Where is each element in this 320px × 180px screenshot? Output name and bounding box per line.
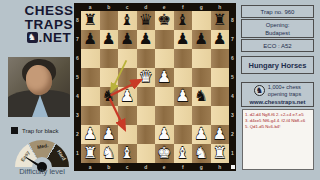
file-label-bottom-d: d: [137, 163, 156, 171]
difficulty-label: Difficulty level: [6, 167, 78, 176]
square-g3: [192, 106, 211, 125]
square-f2: [174, 125, 193, 144]
square-e6: [155, 49, 174, 68]
video-frame: CHESS TRAPS ♞ .NET Trap for black Easy M…: [0, 0, 320, 180]
piece-black-pawn-g7: ♟: [194, 30, 208, 49]
square-c7: ♟: [118, 30, 137, 49]
square-e3: [155, 106, 174, 125]
promo-line1: 1,000+ chess: [268, 84, 301, 90]
piece-white-bishop-c1: ♝: [120, 144, 134, 163]
square-e7: [155, 30, 174, 49]
logo-line3: ♞ .NET: [22, 31, 76, 45]
piece-black-queen-d8: ♛: [139, 11, 153, 30]
file-label-top-f: f: [174, 3, 193, 11]
chesstraps-logo: CHESS TRAPS ♞ .NET: [22, 4, 76, 45]
piece-white-bishop-f1: ♝: [176, 144, 190, 163]
rank-label-left-8: 8: [74, 11, 81, 30]
trap-side-row: Trap for black: [11, 127, 58, 134]
square-g4: ♞: [192, 87, 211, 106]
square-d6: [137, 49, 156, 68]
piece-white-knight-g1: ♞: [194, 144, 208, 163]
piece-white-pawn-g2: ♟: [194, 125, 208, 144]
square-b8: [100, 11, 119, 30]
piece-white-knight-b1: ♞: [102, 144, 116, 163]
piece-black-knight-b4: ♞: [102, 87, 116, 106]
square-c6: [118, 49, 137, 68]
piece-white-pawn-e2: ♟: [157, 125, 171, 144]
square-d1: [137, 144, 156, 163]
square-f4: ♟: [174, 87, 193, 106]
side-to-move-indicator: [231, 165, 235, 169]
piece-black-rook-h8: ♜: [213, 11, 227, 30]
rank-label-right-4: 4: [229, 87, 236, 106]
square-e4: [155, 87, 174, 106]
square-a2: ♟: [81, 125, 100, 144]
square-g1: ♞: [192, 144, 211, 163]
rank-label-left-3: 3: [74, 106, 81, 125]
piece-white-pawn-h2: ♟: [213, 125, 227, 144]
square-g8: [192, 11, 211, 30]
square-g7: ♟: [192, 30, 211, 49]
board-corner: [74, 163, 81, 171]
square-e1: ♚: [155, 144, 174, 163]
piece-white-pawn-e5: ♟: [157, 68, 171, 87]
board-corner: [229, 3, 236, 11]
promo-line2: opening traps: [268, 91, 301, 97]
knight-badge-icon: ♞: [254, 85, 265, 96]
square-e2: ♟: [155, 125, 174, 144]
square-g6: [192, 49, 211, 68]
square-h6: [211, 49, 230, 68]
square-b5: [100, 68, 119, 87]
square-b7: ♟: [100, 30, 119, 49]
square-d8: ♛: [137, 11, 156, 30]
rank-label-left-2: 2: [74, 125, 81, 144]
opening-name: Budapest: [242, 29, 313, 37]
square-f1: ♝: [174, 144, 193, 163]
square-g5: [192, 68, 211, 87]
square-a6: [81, 49, 100, 68]
square-c2: [118, 125, 137, 144]
square-h5: [211, 68, 230, 87]
rank-label-right-2: 2: [229, 125, 236, 144]
opening-label: Opening:: [242, 21, 313, 29]
square-e5: ♟: [155, 68, 174, 87]
board-corner-bottom-right: [229, 163, 236, 171]
square-f3: [174, 106, 193, 125]
file-label-top-g: g: [192, 3, 211, 11]
square-f6: [174, 49, 193, 68]
square-e8: ♚: [155, 11, 174, 30]
file-label-bottom-c: c: [118, 163, 137, 171]
piece-black-bishop-c8: ♝: [120, 11, 134, 30]
move-list-box: 1. d2-d4 Ng8-f6 2. c2-c4 e7-e53. d4xe5 N…: [242, 109, 314, 170]
rank-label-right-1: 1: [229, 144, 236, 163]
board-corner: [74, 3, 81, 11]
file-label-top-d: d: [137, 3, 156, 11]
square-d4: [137, 87, 156, 106]
trap-side-label: Trap for black: [22, 128, 58, 134]
piece-white-rook-a1: ♜: [83, 144, 97, 163]
square-h7: ♟: [211, 30, 230, 49]
piece-black-rook-a8: ♜: [83, 11, 97, 30]
opening-box: Opening: Budapest: [241, 19, 314, 38]
rank-label-right-3: 3: [229, 106, 236, 125]
piece-black-pawn-d7: ♟: [139, 30, 153, 49]
square-a4: [81, 87, 100, 106]
piece-white-pawn-f4: ♟: [176, 87, 190, 106]
square-b1: ♞: [100, 144, 119, 163]
piece-white-king-e1: ♚: [157, 144, 171, 163]
square-f7: ♟: [174, 30, 193, 49]
square-a3: [81, 106, 100, 125]
square-b6: [100, 49, 119, 68]
square-c3: [118, 106, 137, 125]
logo-line1: CHESS: [22, 4, 76, 18]
square-b4: ♞: [100, 87, 119, 106]
square-h3: [211, 106, 230, 125]
presenter-photo: [8, 57, 70, 117]
square-g2: ♟: [192, 125, 211, 144]
promo-text: 1,000+ chess opening traps: [268, 84, 301, 97]
square-d3: [137, 106, 156, 125]
file-label-top-h: h: [211, 3, 230, 11]
file-label-top-a: a: [81, 3, 100, 11]
trap-name-label: Hungary Horses: [242, 61, 313, 70]
piece-black-king-e8: ♚: [157, 11, 171, 30]
file-label-top-b: b: [100, 3, 119, 11]
logo-net-label: .NET: [39, 31, 72, 45]
square-f5: [174, 68, 193, 87]
black-square-icon: [11, 127, 18, 134]
square-d7: ♟: [137, 30, 156, 49]
knight-logo-icon: ♞: [27, 32, 38, 43]
square-h2: ♟: [211, 125, 230, 144]
piece-black-knight-g4: ♞: [194, 87, 208, 106]
square-h1: ♜: [211, 144, 230, 163]
piece-white-pawn-c4: ♟: [120, 87, 134, 106]
difficulty-gauge: Easy Med. Hard: [15, 140, 69, 167]
trap-number-box: Trap no. 960: [241, 5, 314, 18]
piece-white-pawn-b2: ♟: [102, 125, 116, 144]
piece-black-bishop-f8: ♝: [176, 11, 190, 30]
piece-white-queen-d5: ♛: [139, 68, 153, 87]
file-label-bottom-e: e: [155, 163, 174, 171]
file-label-bottom-h: h: [211, 163, 230, 171]
file-label-top-e: e: [155, 3, 174, 11]
promo-url: www.chesstraps.net: [242, 99, 313, 105]
file-label-top-c: c: [118, 3, 137, 11]
eco-box: ECO : A52: [241, 39, 314, 52]
piece-white-rook-h1: ♜: [213, 144, 227, 163]
file-label-bottom-a: a: [81, 163, 100, 171]
rank-label-right-8: 8: [229, 11, 236, 30]
square-h4: [211, 87, 230, 106]
rank-label-left-1: 1: [74, 144, 81, 163]
rank-label-left-5: 5: [74, 68, 81, 87]
rank-label-left-6: 6: [74, 49, 81, 68]
rank-label-left-4: 4: [74, 87, 81, 106]
square-c8: ♝: [118, 11, 137, 30]
piece-black-pawn-c7: ♟: [120, 30, 134, 49]
piece-white-pawn-a2: ♟: [83, 125, 97, 144]
piece-black-pawn-f7: ♟: [176, 30, 190, 49]
square-a1: ♜: [81, 144, 100, 163]
eco-label: ECO : A52: [242, 43, 313, 49]
rank-label-right-6: 6: [229, 49, 236, 68]
square-c5: [118, 68, 137, 87]
piece-black-pawn-a7: ♟: [83, 30, 97, 49]
trap-number-label: Trap no. 960: [242, 9, 313, 15]
trap-name-box: Hungary Horses: [241, 56, 314, 74]
square-d2: [137, 125, 156, 144]
move-line-3: 5. Qd1-d5 Nc6-b4!: [245, 124, 311, 130]
square-a8: ♜: [81, 11, 100, 30]
square-a7: ♟: [81, 30, 100, 49]
file-label-bottom-g: g: [192, 163, 211, 171]
square-h8: ♜: [211, 11, 230, 30]
piece-black-pawn-h7: ♟: [213, 30, 227, 49]
file-label-bottom-f: f: [174, 163, 193, 171]
file-label-bottom-b: b: [100, 163, 119, 171]
logo-line2: TRAPS: [22, 18, 76, 32]
square-f8: ♝: [174, 11, 193, 30]
square-c1: ♝: [118, 144, 137, 163]
square-b3: [100, 106, 119, 125]
square-d5: ♛: [137, 68, 156, 87]
square-a5: [81, 68, 100, 87]
square-b2: ♟: [100, 125, 119, 144]
promo-box: ♞ 1,000+ chess opening traps www.chesstr…: [241, 82, 314, 107]
piece-black-pawn-b7: ♟: [102, 30, 116, 49]
square-c4: ♟: [118, 87, 137, 106]
chess-board: abcdefgh8♜♝♛♚♝♜87♟♟♟♟♟♟♟7665♛♟54♞♟♟♞4332…: [74, 3, 236, 171]
rank-label-right-7: 7: [229, 30, 236, 49]
rank-label-right-5: 5: [229, 68, 236, 87]
rank-label-left-7: 7: [74, 30, 81, 49]
